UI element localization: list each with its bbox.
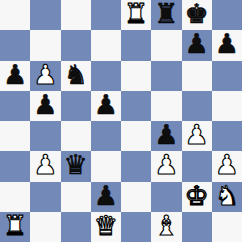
- white-queen[interactable]: ♛: [94, 212, 118, 241]
- square-h7[interactable]: ♟: [212, 30, 242, 60]
- black-pawn[interactable]: ♟: [154, 121, 178, 150]
- square-c2[interactable]: [61, 182, 91, 212]
- square-h6[interactable]: [212, 61, 242, 91]
- white-rook[interactable]: ♜: [3, 212, 27, 241]
- white-pawn[interactable]: ♟: [185, 121, 209, 150]
- black-pawn[interactable]: ♟: [215, 30, 239, 59]
- square-f8[interactable]: ♜: [151, 0, 181, 30]
- white-pawn[interactable]: ♟: [154, 151, 178, 180]
- square-g7[interactable]: ♟: [182, 30, 212, 60]
- square-c3[interactable]: ♛: [61, 151, 91, 181]
- square-b2[interactable]: [30, 182, 60, 212]
- square-b3[interactable]: ♟: [30, 151, 60, 181]
- black-knight[interactable]: ♞: [64, 61, 88, 90]
- square-a6[interactable]: ♟: [0, 61, 30, 91]
- square-a2[interactable]: [0, 182, 30, 212]
- square-f3[interactable]: ♟: [151, 151, 181, 181]
- square-e7[interactable]: [121, 30, 151, 60]
- square-f6[interactable]: [151, 61, 181, 91]
- square-g1[interactable]: [182, 212, 212, 242]
- square-g3[interactable]: [182, 151, 212, 181]
- black-king[interactable]: ♚: [185, 0, 209, 29]
- white-knight[interactable]: ♞: [215, 182, 239, 211]
- white-pawn[interactable]: ♟: [215, 151, 239, 180]
- square-e1[interactable]: [121, 212, 151, 242]
- square-a4[interactable]: [0, 121, 30, 151]
- black-queen[interactable]: ♛: [64, 151, 88, 180]
- square-d5[interactable]: ♟: [91, 91, 121, 121]
- square-d7[interactable]: [91, 30, 121, 60]
- square-a7[interactable]: [0, 30, 30, 60]
- square-g5[interactable]: [182, 91, 212, 121]
- black-pawn[interactable]: ♟: [185, 30, 209, 59]
- square-a8[interactable]: [0, 0, 30, 30]
- square-a5[interactable]: [0, 91, 30, 121]
- square-f4[interactable]: ♟: [151, 121, 181, 151]
- black-pawn[interactable]: ♟: [94, 182, 118, 211]
- square-e8[interactable]: ♜: [121, 0, 151, 30]
- square-h3[interactable]: ♟: [212, 151, 242, 181]
- square-c8[interactable]: [61, 0, 91, 30]
- square-g8[interactable]: ♚: [182, 0, 212, 30]
- white-king[interactable]: ♚: [185, 182, 209, 211]
- chess-board: ♜♜♚♟♟♟♟♞♟♟♟♟♟♛♟♟♟♚♞♜♛♝: [0, 0, 242, 242]
- square-d3[interactable]: [91, 151, 121, 181]
- square-h5[interactable]: [212, 91, 242, 121]
- square-a1[interactable]: ♜: [0, 212, 30, 242]
- square-g6[interactable]: [182, 61, 212, 91]
- square-g4[interactable]: ♟: [182, 121, 212, 151]
- square-b7[interactable]: [30, 30, 60, 60]
- square-e6[interactable]: [121, 61, 151, 91]
- square-e3[interactable]: [121, 151, 151, 181]
- square-e4[interactable]: [121, 121, 151, 151]
- black-pawn[interactable]: ♟: [33, 91, 57, 120]
- square-d1[interactable]: ♛: [91, 212, 121, 242]
- square-d4[interactable]: [91, 121, 121, 151]
- square-f7[interactable]: [151, 30, 181, 60]
- white-rook[interactable]: ♜: [124, 0, 148, 29]
- square-h2[interactable]: ♞: [212, 182, 242, 212]
- white-bishop[interactable]: ♝: [154, 212, 178, 241]
- square-e5[interactable]: [121, 91, 151, 121]
- square-b4[interactable]: [30, 121, 60, 151]
- square-c4[interactable]: [61, 121, 91, 151]
- square-c7[interactable]: [61, 30, 91, 60]
- square-b5[interactable]: ♟: [30, 91, 60, 121]
- black-pawn[interactable]: ♟: [3, 61, 27, 90]
- black-pawn[interactable]: ♟: [94, 91, 118, 120]
- white-pawn[interactable]: ♟: [33, 61, 57, 90]
- square-d6[interactable]: [91, 61, 121, 91]
- white-pawn[interactable]: ♟: [33, 151, 57, 180]
- square-d8[interactable]: [91, 0, 121, 30]
- square-b8[interactable]: [30, 0, 60, 30]
- square-h8[interactable]: [212, 0, 242, 30]
- square-b1[interactable]: [30, 212, 60, 242]
- square-g2[interactable]: ♚: [182, 182, 212, 212]
- square-h4[interactable]: [212, 121, 242, 151]
- square-e2[interactable]: [121, 182, 151, 212]
- square-d2[interactable]: ♟: [91, 182, 121, 212]
- square-f2[interactable]: [151, 182, 181, 212]
- square-c1[interactable]: [61, 212, 91, 242]
- square-h1[interactable]: [212, 212, 242, 242]
- square-c6[interactable]: ♞: [61, 61, 91, 91]
- square-a3[interactable]: [0, 151, 30, 181]
- square-f5[interactable]: [151, 91, 181, 121]
- square-b6[interactable]: ♟: [30, 61, 60, 91]
- square-f1[interactable]: ♝: [151, 212, 181, 242]
- square-c5[interactable]: [61, 91, 91, 121]
- black-rook[interactable]: ♜: [154, 0, 178, 29]
